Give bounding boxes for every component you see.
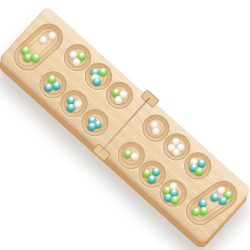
mancala-board-wrapper (0, 5, 250, 244)
mancala-board (0, 5, 250, 244)
stone-green (30, 52, 42, 64)
product-photo-background (0, 0, 250, 250)
